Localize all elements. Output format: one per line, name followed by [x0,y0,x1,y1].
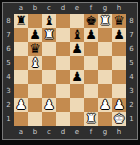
white-pawn-g2[interactable]: ♟ [98,98,112,112]
square-g1[interactable] [98,112,112,126]
square-f8[interactable]: ♚ [84,14,98,28]
file-label-d: d [56,3,70,14]
black-pawn-b7[interactable]: ♟ [28,28,42,42]
square-f3[interactable] [84,84,98,98]
square-c4[interactable] [42,70,56,84]
square-f4[interactable] [84,70,98,84]
white-pawn-h2[interactable]: ♟ [112,98,126,112]
file-label-b: b [28,126,42,139]
square-a8[interactable]: ♜ [14,14,28,28]
square-h8[interactable]: ♛ [112,14,126,28]
square-g4[interactable] [98,70,112,84]
square-h2[interactable]: ♟ [112,98,126,112]
square-c3[interactable] [42,84,56,98]
square-f7[interactable]: ♟ [84,28,98,42]
square-d2[interactable] [56,98,70,112]
rank-label-4: 4 [3,70,14,84]
square-b3[interactable] [28,84,42,98]
square-h7[interactable]: ♟ [112,28,126,42]
square-h1[interactable]: ♚ [112,112,126,126]
square-h5[interactable] [112,56,126,70]
square-h6[interactable] [112,42,126,56]
rank-label-4: 4 [126,70,137,84]
chess-board: ♜♝♚♜♛♟♜♝♟♟♛♟♝♟♟♟♟♟♜♚ [14,14,126,126]
board-border: abcdefgh 87654321 ♜♝♚♜♛♟♜♝♟♟♛♟♝♟♟♟♟♟♜♚ 8… [2,2,138,140]
square-e2[interactable] [70,98,84,112]
file-label-b: b [28,3,42,14]
square-d1[interactable] [56,112,70,126]
square-h3[interactable] [112,84,126,98]
file-label-d: d [56,126,70,139]
white-pawn-a2[interactable]: ♟ [14,98,28,112]
square-e1[interactable] [70,112,84,126]
square-d4[interactable] [56,70,70,84]
rank-label-1: 1 [126,112,137,126]
square-a3[interactable] [14,84,28,98]
rank-label-3: 3 [3,84,14,98]
square-a2[interactable]: ♟ [14,98,28,112]
white-king-h1[interactable]: ♚ [112,112,126,126]
white-pawn-c2[interactable]: ♟ [42,98,56,112]
square-b4[interactable] [28,70,42,84]
rank-label-5: 5 [3,56,14,70]
square-b2[interactable] [28,98,42,112]
square-f5[interactable] [84,56,98,70]
file-label-a: a [14,126,28,139]
file-label-g: g [98,126,112,139]
rank-label-1: 1 [3,112,14,126]
square-h4[interactable] [112,70,126,84]
rank-label-2: 2 [126,98,137,112]
black-pawn-h7[interactable]: ♟ [112,28,126,42]
rank-labels-left: 87654321 [3,14,14,126]
square-e8[interactable] [70,14,84,28]
square-b8[interactable] [28,14,42,28]
file-label-h: h [112,126,126,139]
chess-diagram: abcdefgh 87654321 ♜♝♚♜♛♟♜♝♟♟♛♟♝♟♟♟♟♟♜♚ 8… [0,0,140,145]
black-rook-a8[interactable]: ♜ [14,14,28,28]
rank-label-2: 2 [3,98,14,112]
square-c7[interactable]: ♜ [42,28,56,42]
square-c2[interactable]: ♟ [42,98,56,112]
file-label-e: e [70,126,84,139]
rank-label-8: 8 [3,14,14,28]
square-e5[interactable] [70,56,84,70]
square-b1[interactable] [28,112,42,126]
rank-labels-right: 87654321 [126,14,137,126]
square-c5[interactable] [42,56,56,70]
square-g2[interactable]: ♟ [98,98,112,112]
file-label-e: e [70,3,84,14]
rank-label-6: 6 [126,42,137,56]
square-e7[interactable]: ♝ [70,28,84,42]
file-label-c: c [42,126,56,139]
square-g5[interactable] [98,56,112,70]
rank-label-7: 7 [126,28,137,42]
square-b6[interactable]: ♛ [28,42,42,56]
white-rook-f1[interactable]: ♜ [84,112,98,126]
square-b5[interactable]: ♝ [28,56,42,70]
square-g7[interactable] [98,28,112,42]
square-g3[interactable] [98,84,112,98]
file-label-f: f [84,126,98,139]
square-e6[interactable]: ♟ [70,42,84,56]
rank-label-3: 3 [126,84,137,98]
white-bishop-b5[interactable]: ♝ [28,56,42,70]
square-d3[interactable] [56,84,70,98]
black-bishop-e7[interactable]: ♝ [70,28,84,42]
square-d5[interactable] [56,56,70,70]
black-bishop-c8[interactable]: ♝ [42,14,56,28]
square-d8[interactable] [56,14,70,28]
black-queen-h8[interactable]: ♛ [112,14,126,28]
square-a6[interactable] [14,42,28,56]
rank-label-6: 6 [3,42,14,56]
square-a1[interactable] [14,112,28,126]
square-a4[interactable] [14,70,28,84]
file-labels-bottom: abcdefgh [14,126,126,139]
black-pawn-e6[interactable]: ♟ [70,42,84,56]
square-e4[interactable]: ♟ [70,70,84,84]
black-king-f8[interactable]: ♚ [84,14,98,28]
square-d6[interactable] [56,42,70,56]
square-g8[interactable]: ♜ [98,14,112,28]
square-b7[interactable]: ♟ [28,28,42,42]
white-rook-c7[interactable]: ♜ [42,28,56,42]
rank-label-5: 5 [126,56,137,70]
square-c8[interactable]: ♝ [42,14,56,28]
square-a7[interactable] [14,28,28,42]
square-f1[interactable]: ♜ [84,112,98,126]
square-f2[interactable] [84,98,98,112]
square-f6[interactable] [84,42,98,56]
rank-label-8: 8 [126,14,137,28]
white-rook-g8[interactable]: ♜ [98,14,112,28]
square-a5[interactable] [14,56,28,70]
black-pawn-e4[interactable]: ♟ [70,70,84,84]
black-queen-b6[interactable]: ♛ [28,42,42,56]
square-g6[interactable] [98,42,112,56]
square-e3[interactable] [70,84,84,98]
rank-label-7: 7 [3,28,14,42]
square-c1[interactable] [42,112,56,126]
square-d7[interactable] [56,28,70,42]
square-c6[interactable] [42,42,56,56]
black-pawn-f7[interactable]: ♟ [84,28,98,42]
